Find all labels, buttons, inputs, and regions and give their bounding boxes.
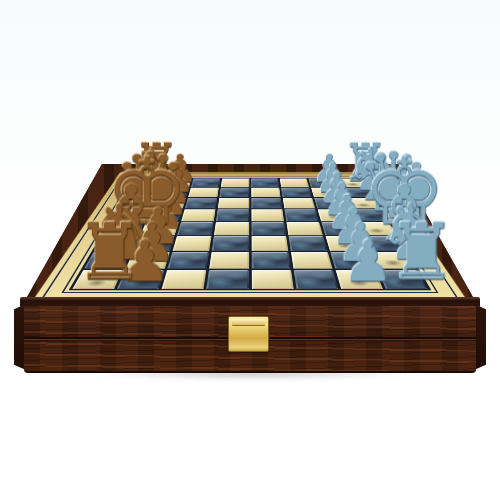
board-square (291, 252, 333, 269)
board-square (162, 270, 207, 289)
board-square (284, 209, 318, 221)
board-square (251, 236, 288, 251)
board-square: ♟ (161, 178, 192, 187)
board-square: ♝ (345, 198, 381, 209)
board-square: ♟ (147, 209, 183, 221)
board-square: ♟ (321, 222, 359, 235)
board-square: ♝ (362, 236, 405, 251)
board-square: ♜ (131, 178, 163, 187)
board-square (168, 252, 210, 269)
board-square: ♜ (337, 178, 369, 187)
board-square (185, 198, 218, 209)
board-square (173, 236, 212, 251)
board-square: ♟ (126, 252, 170, 269)
board-square: ♞ (341, 188, 375, 198)
board-square (220, 188, 249, 198)
board-square: ♚ (104, 222, 144, 235)
board-square (221, 178, 249, 187)
board-perspective-scene: ♜♟♟♜♞♟♟♞♝♟♟♝♛♟♟♛♚♟♟♚♝♟♟♝♞♟♟♞♜♟♟♜ (0, 0, 500, 500)
blue-rook: ♜ (342, 139, 367, 187)
board-square (293, 270, 338, 289)
blue-pawn: ♟ (312, 152, 337, 187)
board-square: ♝ (94, 236, 137, 251)
board-square (280, 178, 309, 187)
blue-knight: ♞ (346, 144, 373, 197)
board-square: ♟ (314, 198, 348, 209)
board-square: ♟ (325, 236, 366, 251)
board-square (181, 209, 215, 221)
board-square: ♟ (330, 252, 374, 269)
chessboard: ♜♟♟♜♞♟♟♞♝♟♟♝♛♟♟♛♚♟♟♚♝♟♟♝♞♟♟♞♜♟♟♜ (30, 172, 470, 305)
board-square (251, 222, 286, 235)
board-square: ♟ (117, 270, 165, 289)
product-photo: ♜♟♟♜♞♟♟♞♝♟♟♝♛♟♟♛♚♟♟♚♝♟♟♝♞♟♟♞♜♟♟♜ (0, 0, 500, 500)
board-square (214, 222, 249, 235)
board-square: ♝ (119, 198, 155, 209)
board-square (251, 209, 284, 221)
board-square: ♛ (112, 209, 150, 221)
board-square: ♞ (369, 252, 416, 269)
bronze-rook: ♜ (133, 139, 158, 187)
board-square: ♜ (72, 270, 122, 289)
board-square (210, 252, 249, 269)
board-square: ♟ (152, 198, 186, 209)
board-square: ♟ (308, 178, 339, 187)
board-square: ♛ (350, 209, 388, 221)
board-square (282, 198, 315, 209)
board-square (251, 198, 282, 209)
board-square: ♞ (84, 252, 131, 269)
board-square (286, 222, 323, 235)
brass-latch (228, 316, 269, 352)
board-grid: ♜♟♟♜♞♟♟♞♝♟♟♝♛♟♟♛♚♟♟♚♝♟♟♝♞♟♟♞♜♟♟♜ (69, 178, 432, 290)
board-square: ♟ (140, 222, 178, 235)
board-square (251, 270, 293, 289)
board-square (188, 188, 219, 198)
bronze-pawn: ♟ (163, 152, 188, 187)
board-square (191, 178, 220, 187)
board-square (288, 236, 327, 251)
board-square (251, 178, 279, 187)
board-square (212, 236, 249, 251)
board-square (177, 222, 214, 235)
board-square: ♟ (317, 209, 353, 221)
latch-keeper (232, 319, 265, 326)
board-square (251, 252, 290, 269)
board-square (281, 188, 312, 198)
board-square: ♟ (157, 188, 189, 198)
board-square (251, 188, 280, 198)
board-square (207, 270, 249, 289)
board-square: ♜ (377, 270, 427, 289)
board-square: ♟ (134, 236, 175, 251)
board-square: ♟ (335, 270, 383, 289)
board-square: ♞ (125, 188, 159, 198)
bronze-knight: ♞ (127, 144, 154, 197)
board-square: ♟ (311, 188, 343, 198)
board-square: ♚ (356, 222, 396, 235)
board-square (216, 209, 249, 221)
board-square (218, 198, 249, 209)
